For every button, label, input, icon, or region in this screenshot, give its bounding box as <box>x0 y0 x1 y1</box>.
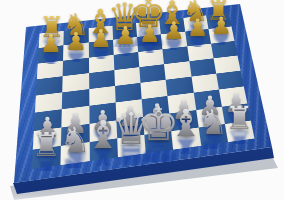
square-f1 <box>171 127 200 149</box>
square-b1 <box>61 142 90 165</box>
square-c1 <box>89 138 118 161</box>
chess-scene: ♜♜♞♞♝♝♛♛♚♚♝♝♞♞♜♜♟♟♟♟♟♟♟♟♟♟♟♟♟♟♟♟♟♟♟♟♟♟♟♟… <box>0 0 284 200</box>
square-d1 <box>117 135 146 158</box>
square-g1 <box>198 124 228 146</box>
square-a1 <box>32 146 62 169</box>
square-h1 <box>225 120 255 142</box>
square-e1 <box>144 131 173 153</box>
